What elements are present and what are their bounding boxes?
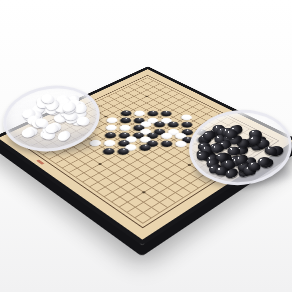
brand-mark: [36, 159, 44, 164]
bowl-stone: [227, 146, 240, 155]
product-photo-scene: [0, 0, 292, 292]
